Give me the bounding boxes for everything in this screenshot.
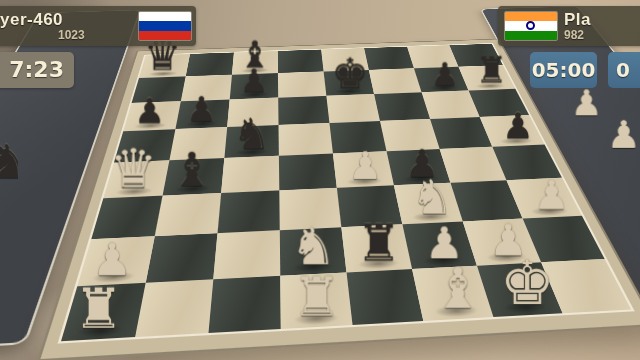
chakra-icon bbox=[526, 21, 535, 30]
square-h5[interactable]: ♟ bbox=[480, 115, 545, 147]
square-h7[interactable]: ♜ bbox=[459, 65, 516, 90]
clock-right: 05:00 bbox=[530, 52, 597, 88]
square-e6[interactable] bbox=[326, 94, 380, 123]
piece-black-pawn[interactable]: ♟ bbox=[240, 65, 269, 97]
square-a1[interactable]: ♜ bbox=[61, 283, 146, 341]
piece-white-pawn[interactable]: ♟ bbox=[534, 175, 570, 215]
captured-black-knight: ♞ bbox=[0, 139, 29, 186]
square-c1[interactable] bbox=[208, 276, 280, 333]
square-e4[interactable]: ♟ bbox=[333, 151, 394, 188]
captured-white-pawn: ♟ bbox=[571, 85, 603, 121]
square-e7[interactable]: ♚ bbox=[324, 70, 375, 96]
piece-white-rook[interactable]: ♜ bbox=[292, 271, 341, 325]
captured-white-pawn: ♟ bbox=[607, 116, 640, 154]
piece-white-rook[interactable]: ♜ bbox=[74, 282, 124, 337]
player-bar-left[interactable]: yer-460 1023 bbox=[0, 6, 196, 46]
clock-right-partial: 0 bbox=[608, 52, 640, 88]
square-d6[interactable] bbox=[278, 96, 329, 125]
piece-black-pawn[interactable]: ♟ bbox=[431, 59, 459, 91]
piece-white-pawn[interactable]: ♟ bbox=[92, 238, 132, 283]
square-h3[interactable]: ♟ bbox=[506, 178, 581, 219]
chess-scene: ♞♟♟ ♟♟♟♝ ♛♝♟♚♟♜♟♟♞♟♛♝♟♟♞♟♟♞♜♟♟♜♜♝♚ bbox=[106, 0, 562, 360]
square-d1[interactable]: ♜ bbox=[280, 272, 352, 329]
square-g1[interactable]: ♚ bbox=[477, 262, 563, 317]
square-b3[interactable] bbox=[155, 193, 221, 236]
square-a6[interactable]: ♟ bbox=[123, 101, 181, 131]
player-bar-right[interactable]: Pla 982 bbox=[498, 6, 640, 46]
piece-white-king[interactable]: ♚ bbox=[500, 252, 555, 313]
square-f6[interactable] bbox=[374, 92, 430, 121]
piece-white-knight[interactable]: ♞ bbox=[411, 174, 453, 221]
piece-black-bishop[interactable]: ♝ bbox=[171, 147, 212, 193]
russia-flag-icon bbox=[138, 11, 192, 41]
square-b6[interactable]: ♟ bbox=[175, 99, 229, 129]
square-a4[interactable]: ♛ bbox=[103, 160, 169, 198]
square-a3[interactable] bbox=[91, 196, 162, 239]
square-f7[interactable] bbox=[369, 68, 422, 94]
square-d5[interactable] bbox=[279, 123, 333, 156]
square-b2[interactable] bbox=[146, 233, 218, 283]
piece-black-knight[interactable]: ♞ bbox=[233, 114, 271, 156]
square-c3[interactable] bbox=[218, 190, 280, 233]
piece-white-pawn[interactable]: ♟ bbox=[348, 147, 382, 185]
square-f8[interactable] bbox=[364, 47, 414, 70]
piece-black-pawn[interactable]: ♟ bbox=[186, 93, 217, 127]
piece-white-knight[interactable]: ♞ bbox=[290, 221, 336, 272]
square-c2[interactable] bbox=[213, 230, 280, 279]
square-b8[interactable] bbox=[186, 52, 234, 76]
player-rating-right: 982 bbox=[564, 28, 584, 42]
clock-left: 7:23 bbox=[0, 52, 74, 88]
square-e2[interactable]: ♜ bbox=[341, 224, 412, 272]
piece-white-queen[interactable]: ♛ bbox=[110, 143, 157, 196]
square-b4[interactable]: ♝ bbox=[163, 158, 225, 196]
piece-black-pawn[interactable]: ♟ bbox=[134, 95, 165, 129]
piece-black-king[interactable]: ♚ bbox=[331, 52, 368, 94]
square-d7[interactable] bbox=[278, 71, 326, 97]
square-c5[interactable]: ♞ bbox=[224, 125, 279, 158]
piece-white-bishop[interactable]: ♝ bbox=[433, 261, 483, 317]
player-name-left: yer-460 bbox=[0, 10, 63, 30]
piece-black-rook[interactable]: ♜ bbox=[357, 219, 402, 269]
piece-black-rook[interactable]: ♜ bbox=[475, 53, 507, 89]
square-b1[interactable] bbox=[135, 279, 213, 337]
square-d8[interactable] bbox=[278, 50, 324, 74]
player-rating-left: 1023 bbox=[58, 28, 85, 42]
india-flag-icon bbox=[504, 11, 558, 41]
square-d4[interactable] bbox=[279, 153, 337, 190]
square-a8[interactable]: ♛ bbox=[139, 54, 190, 78]
piece-black-pawn[interactable]: ♟ bbox=[502, 109, 534, 144]
square-c7[interactable]: ♟ bbox=[230, 73, 279, 99]
square-e1[interactable] bbox=[347, 269, 424, 325]
player-name-right: Pla bbox=[564, 10, 591, 30]
square-f1[interactable]: ♝ bbox=[412, 266, 493, 321]
square-c4[interactable] bbox=[221, 156, 279, 193]
